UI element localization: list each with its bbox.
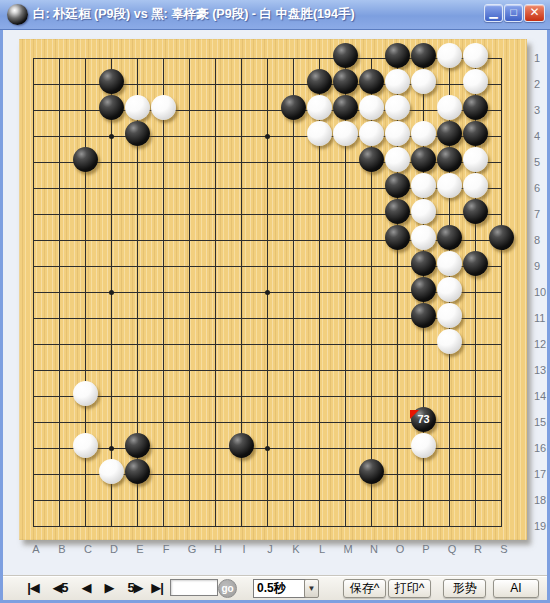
- black-stone-N2: [359, 69, 384, 94]
- column-labels: ABCDEFGHIJKLMNOPQRS: [33, 543, 503, 557]
- row-label-15: 15: [534, 416, 546, 429]
- maximize-button[interactable]: □: [504, 4, 523, 22]
- row-label-18: 18: [534, 494, 546, 507]
- row-label-6: 6: [534, 182, 540, 195]
- white-stone-Q9: [437, 251, 462, 276]
- client-area: 73 ABCDEFGHIJKLMNOPQRS 12345678910111213…: [3, 30, 547, 600]
- black-stone-E16: [125, 433, 150, 458]
- white-stone-P7: [411, 199, 436, 224]
- current-move-marker-icon: [410, 410, 419, 419]
- white-stone-P16: [411, 433, 436, 458]
- print-button[interactable]: 打印^: [388, 579, 431, 598]
- black-stone-R7: [463, 199, 488, 224]
- dropdown-arrow-icon[interactable]: ▼: [304, 579, 319, 598]
- row-label-11: 11: [534, 312, 545, 325]
- black-stone-O7: [385, 199, 410, 224]
- row-label-1: 1: [534, 52, 540, 65]
- row-label-3: 3: [534, 104, 540, 117]
- star-point-D4: [109, 134, 114, 139]
- last-move-button[interactable]: ▶|: [148, 579, 166, 597]
- row-label-9: 9: [534, 260, 540, 273]
- white-stone-O4: [385, 121, 410, 146]
- white-stone-Q6: [437, 173, 462, 198]
- column-label-K: K: [288, 543, 304, 555]
- column-label-N: N: [366, 543, 382, 555]
- black-stone-C5: [73, 147, 98, 172]
- black-stone-P9: [411, 251, 436, 276]
- white-stone-F3: [151, 95, 176, 120]
- row-label-16: 16: [534, 442, 546, 455]
- column-label-H: H: [210, 543, 226, 555]
- black-stone-Q5: [437, 147, 462, 172]
- black-stone-S8: [489, 225, 514, 250]
- white-stone-Q3: [437, 95, 462, 120]
- minimize-button[interactable]: ▁: [484, 4, 503, 22]
- black-stone-N17: [359, 459, 384, 484]
- white-stone-N4: [359, 121, 384, 146]
- column-label-L: L: [314, 543, 330, 555]
- black-stone-D2: [99, 69, 124, 94]
- black-stone-N5: [359, 147, 384, 172]
- white-stone-O3: [385, 95, 410, 120]
- star-point-J16: [265, 446, 270, 451]
- row-label-5: 5: [534, 156, 540, 169]
- delay-select-value[interactable]: 0.5秒: [253, 579, 306, 598]
- ai-button[interactable]: AI: [493, 579, 539, 598]
- white-stone-R2: [463, 69, 488, 94]
- white-stone-R5: [463, 147, 488, 172]
- toolbar: |◀ ◀5 ◀ ▶ 5▶ ▶| go 0.5秒 ▼ 保存^ 打印^ 形势 AI: [3, 575, 547, 600]
- black-stone-R9: [463, 251, 488, 276]
- column-label-J: J: [262, 543, 278, 555]
- column-label-R: R: [470, 543, 486, 555]
- white-stone-C14: [73, 381, 98, 406]
- black-stone-E17: [125, 459, 150, 484]
- move-number-input[interactable]: [170, 579, 218, 596]
- column-label-M: M: [340, 543, 356, 555]
- black-stone-D3: [99, 95, 124, 120]
- white-stone-L4: [307, 121, 332, 146]
- white-stone-D17: [99, 459, 124, 484]
- column-label-C: C: [80, 543, 96, 555]
- white-stone-P4: [411, 121, 436, 146]
- row-label-14: 14: [534, 390, 546, 403]
- app-window: 白: 朴廷桓 (P9段) vs 黑: 辜梓豪 (P9段) - 白 中盘胜(194…: [0, 0, 550, 603]
- black-stone-P11: [411, 303, 436, 328]
- black-stone-O6: [385, 173, 410, 198]
- black-stone-I16: [229, 433, 254, 458]
- window-title: 白: 朴廷桓 (P9段) vs 黑: 辜梓豪 (P9段) - 白 中盘胜(194…: [33, 0, 355, 30]
- black-stone-K3: [281, 95, 306, 120]
- column-label-P: P: [418, 543, 434, 555]
- column-label-A: A: [28, 543, 44, 555]
- row-labels: 12345678910111213141516171819: [534, 30, 550, 540]
- white-stone-E3: [125, 95, 150, 120]
- black-stone-E4: [125, 121, 150, 146]
- black-stone-Q8: [437, 225, 462, 250]
- go-stone-app-icon[interactable]: [7, 4, 28, 25]
- white-stone-O2: [385, 69, 410, 94]
- row-label-12: 12: [534, 338, 546, 351]
- star-point-J4: [265, 134, 270, 139]
- column-label-E: E: [132, 543, 148, 555]
- column-label-F: F: [158, 543, 174, 555]
- column-label-O: O: [392, 543, 408, 555]
- star-point-J10: [265, 290, 270, 295]
- go-button[interactable]: go: [218, 579, 237, 598]
- white-stone-Q11: [437, 303, 462, 328]
- forward-5-button[interactable]: 5▶: [123, 579, 147, 597]
- black-stone-P1: [411, 43, 436, 68]
- white-stone-P6: [411, 173, 436, 198]
- white-stone-O5: [385, 147, 410, 172]
- row-label-19: 19: [534, 520, 546, 533]
- white-stone-R1: [463, 43, 488, 68]
- white-stone-R6: [463, 173, 488, 198]
- white-stone-Q1: [437, 43, 462, 68]
- white-stone-P8: [411, 225, 436, 250]
- row-label-8: 8: [534, 234, 540, 247]
- row-label-10: 10: [534, 286, 546, 299]
- row-label-17: 17: [534, 468, 546, 481]
- white-stone-Q12: [437, 329, 462, 354]
- black-stone-M3: [333, 95, 358, 120]
- black-stone-P15: 73: [411, 407, 436, 432]
- white-stone-M4: [333, 121, 358, 146]
- go-board: 73: [19, 39, 527, 540]
- black-stone-R3: [463, 95, 488, 120]
- white-stone-C16: [73, 433, 98, 458]
- delay-select[interactable]: 0.5秒 ▼: [253, 579, 319, 598]
- row-label-4: 4: [534, 130, 540, 143]
- board-grid[interactable]: 73: [33, 58, 502, 527]
- white-stone-N3: [359, 95, 384, 120]
- black-stone-Q4: [437, 121, 462, 146]
- black-stone-M1: [333, 43, 358, 68]
- star-point-D10: [109, 290, 114, 295]
- black-stone-R4: [463, 121, 488, 146]
- white-stone-Q10: [437, 277, 462, 302]
- black-stone-L2: [307, 69, 332, 94]
- column-label-D: D: [106, 543, 122, 555]
- titlebar[interactable]: 白: 朴廷桓 (P9段) vs 黑: 辜梓豪 (P9段) - 白 中盘胜(194…: [0, 0, 550, 30]
- black-stone-M2: [333, 69, 358, 94]
- forward-1-button[interactable]: ▶: [102, 579, 116, 597]
- black-stone-O1: [385, 43, 410, 68]
- row-label-7: 7: [534, 208, 540, 221]
- column-label-Q: Q: [444, 543, 460, 555]
- first-move-button[interactable]: |◀: [24, 579, 42, 597]
- back-5-button[interactable]: ◀5: [48, 579, 72, 597]
- back-1-button[interactable]: ◀: [79, 579, 93, 597]
- situation-button[interactable]: 形势: [443, 579, 486, 598]
- column-label-B: B: [54, 543, 70, 555]
- close-button[interactable]: ✕: [524, 4, 545, 22]
- column-label-G: G: [184, 543, 200, 555]
- row-label-2: 2: [534, 78, 540, 91]
- white-stone-P2: [411, 69, 436, 94]
- black-stone-O8: [385, 225, 410, 250]
- save-button[interactable]: 保存^: [343, 579, 386, 598]
- row-label-13: 13: [534, 364, 546, 377]
- column-label-I: I: [236, 543, 252, 555]
- black-stone-P5: [411, 147, 436, 172]
- column-label-S: S: [496, 543, 512, 555]
- black-stone-P10: [411, 277, 436, 302]
- white-stone-L3: [307, 95, 332, 120]
- star-point-D16: [109, 446, 114, 451]
